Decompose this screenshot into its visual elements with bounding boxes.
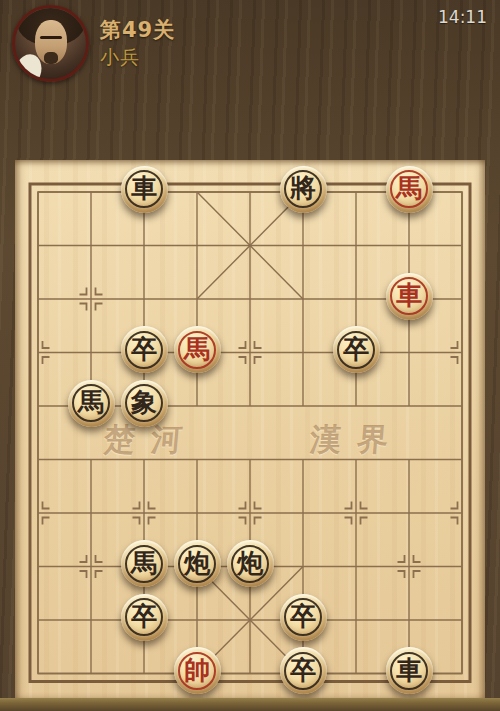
player-avatar[interactable]: [12, 5, 89, 82]
piece-black-r7c3[interactable]: 炮: [174, 540, 221, 587]
board-cell: 卒: [118, 593, 171, 647]
piece-black-r7c2[interactable]: 馬: [121, 540, 168, 587]
piece-character: 炮: [237, 550, 263, 576]
piece-character: 馬: [131, 550, 157, 576]
piece-character: 卒: [290, 657, 316, 683]
piece-character: 車: [396, 282, 422, 308]
piece-black-r3c2[interactable]: 卒: [121, 326, 168, 373]
xiangqi-board[interactable]: 楚河 漢界 車將馬車卒馬卒馬象馬炮炮卒卒帥卒車: [15, 160, 485, 698]
piece-black-r9c5[interactable]: 卒: [280, 647, 327, 694]
piece-red-r0c7[interactable]: 馬: [386, 166, 433, 213]
board-cell: 馬: [65, 379, 118, 433]
piece-black-r4c1[interactable]: 馬: [68, 380, 115, 427]
piece-character: 卒: [343, 336, 369, 362]
piece-character: 象: [131, 389, 157, 415]
piece-black-r8c5[interactable]: 卒: [280, 594, 327, 641]
board-cell: 馬: [383, 165, 436, 219]
board-cell: 車: [383, 647, 436, 701]
board-cell: 卒: [277, 647, 330, 701]
board-cell: 車: [118, 165, 171, 219]
piece-black-r0c2[interactable]: 車: [121, 166, 168, 213]
board-cell: 炮: [224, 540, 277, 594]
piece-character: 馬: [78, 389, 104, 415]
piece-character: 卒: [131, 336, 157, 362]
avatar-eyes: [40, 36, 62, 39]
piece-character: 車: [131, 175, 157, 201]
piece-red-r3c3[interactable]: 馬: [174, 326, 221, 373]
board-cell: 卒: [330, 326, 383, 380]
board-cell: 炮: [171, 540, 224, 594]
piece-black-r9c7[interactable]: 車: [386, 647, 433, 694]
clock-time: 14:11: [438, 7, 487, 27]
piece-black-r7c4[interactable]: 炮: [227, 540, 274, 587]
level-subtitle: 小兵: [100, 45, 140, 71]
board-cell: 馬: [171, 326, 224, 380]
avatar-beard: [44, 52, 58, 64]
piece-character: 車: [396, 657, 422, 683]
piece-red-r2c7[interactable]: 車: [386, 273, 433, 320]
piece-character: 卒: [290, 603, 316, 629]
piece-black-r4c2[interactable]: 象: [121, 380, 168, 427]
board-cell: 卒: [118, 326, 171, 380]
board-front-edge: [0, 698, 500, 711]
board-cell: 象: [118, 379, 171, 433]
piece-black-r3c6[interactable]: 卒: [333, 326, 380, 373]
piece-black-r0c5[interactable]: 將: [280, 166, 327, 213]
piece-black-r8c2[interactable]: 卒: [121, 594, 168, 641]
piece-character: 馬: [184, 336, 210, 362]
piece-character: 卒: [131, 603, 157, 629]
level-title: 第49关: [100, 16, 175, 44]
board-cell: 馬: [118, 540, 171, 594]
piece-character: 馬: [396, 175, 422, 201]
board-cell: 車: [383, 272, 436, 326]
board-cell: 將: [277, 165, 330, 219]
game-screen: 第49关 小兵 14:11 楚河 漢界 車將馬車卒馬卒馬象馬炮炮卒卒帥卒車: [0, 0, 500, 711]
piece-character: 帥: [184, 657, 210, 683]
piece-character: 炮: [184, 550, 210, 576]
board-cell: 帥: [171, 647, 224, 701]
pieces-layer: 車將馬車卒馬卒馬象馬炮炮卒卒帥卒車: [12, 165, 489, 700]
board-cell: 卒: [277, 593, 330, 647]
piece-red-r9c3[interactable]: 帥: [174, 647, 221, 694]
piece-character: 將: [290, 175, 316, 201]
